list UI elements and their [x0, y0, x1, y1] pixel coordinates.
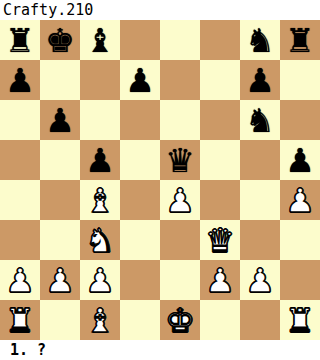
square-e2[interactable]	[160, 260, 200, 300]
square-e3[interactable]	[160, 220, 200, 260]
square-h5[interactable]: ♟	[280, 140, 320, 180]
white-rook-a1: ♜	[5, 301, 35, 341]
white-pawn-h4: ♟	[285, 181, 315, 221]
square-h1[interactable]: ♜	[280, 300, 320, 340]
square-f5[interactable]	[200, 140, 240, 180]
black-bishop-c8: ♝	[85, 21, 115, 61]
move-prompt: 1. ?	[0, 340, 320, 360]
square-e6[interactable]	[160, 100, 200, 140]
black-knight-g8: ♞	[245, 21, 275, 61]
square-f8[interactable]	[200, 20, 240, 60]
square-d1[interactable]	[120, 300, 160, 340]
square-g6[interactable]: ♞	[240, 100, 280, 140]
square-h6[interactable]	[280, 100, 320, 140]
white-knight-c3: ♞	[85, 221, 115, 261]
square-c1[interactable]: ♝	[80, 300, 120, 340]
black-pawn-a7: ♟	[5, 61, 35, 101]
square-c2[interactable]: ♟	[80, 260, 120, 300]
square-e4[interactable]: ♟	[160, 180, 200, 220]
white-king-e1: ♚	[165, 301, 195, 341]
square-d7[interactable]: ♟	[120, 60, 160, 100]
square-f7[interactable]	[200, 60, 240, 100]
square-e5[interactable]: ♛	[160, 140, 200, 180]
square-g1[interactable]	[240, 300, 280, 340]
square-c4[interactable]: ♝	[80, 180, 120, 220]
square-h3[interactable]	[280, 220, 320, 260]
white-queen-f3: ♛	[205, 221, 235, 261]
black-rook-a8: ♜	[5, 21, 35, 61]
square-f6[interactable]	[200, 100, 240, 140]
square-f4[interactable]	[200, 180, 240, 220]
square-a6[interactable]	[0, 100, 40, 140]
square-b1[interactable]	[40, 300, 80, 340]
white-pawn-a2: ♟	[5, 261, 35, 301]
square-a2[interactable]: ♟	[0, 260, 40, 300]
square-c7[interactable]	[80, 60, 120, 100]
square-g8[interactable]: ♞	[240, 20, 280, 60]
square-g7[interactable]: ♟	[240, 60, 280, 100]
square-g3[interactable]	[240, 220, 280, 260]
chess-board: ♜♚♝♞♜♟♟♟♟♞♟♛♟♝♟♟♞♛♟♟♟♟♟♜♝♚♜	[0, 20, 320, 340]
square-h2[interactable]	[280, 260, 320, 300]
square-d8[interactable]	[120, 20, 160, 60]
black-pawn-g7: ♟	[245, 61, 275, 101]
black-pawn-b6: ♟	[45, 101, 75, 141]
square-b6[interactable]: ♟	[40, 100, 80, 140]
white-pawn-f2: ♟	[205, 261, 235, 301]
square-a1[interactable]: ♜	[0, 300, 40, 340]
square-b3[interactable]	[40, 220, 80, 260]
crafty-window: Crafty.210 ♜♚♝♞♜♟♟♟♟♞♟♛♟♝♟♟♞♛♟♟♟♟♟♜♝♚♜ 1…	[0, 0, 320, 360]
white-rook-h1: ♜	[285, 301, 315, 341]
black-queen-e5: ♛	[165, 141, 195, 181]
square-b2[interactable]: ♟	[40, 260, 80, 300]
white-pawn-b2: ♟	[45, 261, 75, 301]
square-c8[interactable]: ♝	[80, 20, 120, 60]
square-c5[interactable]: ♟	[80, 140, 120, 180]
white-pawn-c2: ♟	[85, 261, 115, 301]
square-b7[interactable]	[40, 60, 80, 100]
black-king-b8: ♚	[45, 21, 75, 61]
square-a7[interactable]: ♟	[0, 60, 40, 100]
white-bishop-c1: ♝	[85, 301, 115, 341]
square-a3[interactable]	[0, 220, 40, 260]
square-c6[interactable]	[80, 100, 120, 140]
black-rook-h8: ♜	[285, 21, 315, 61]
square-e1[interactable]: ♚	[160, 300, 200, 340]
square-b8[interactable]: ♚	[40, 20, 80, 60]
square-a4[interactable]	[0, 180, 40, 220]
square-g2[interactable]: ♟	[240, 260, 280, 300]
square-f2[interactable]: ♟	[200, 260, 240, 300]
square-h8[interactable]: ♜	[280, 20, 320, 60]
square-f3[interactable]: ♛	[200, 220, 240, 260]
square-a5[interactable]	[0, 140, 40, 180]
square-c3[interactable]: ♞	[80, 220, 120, 260]
square-h4[interactable]: ♟	[280, 180, 320, 220]
square-d2[interactable]	[120, 260, 160, 300]
square-g5[interactable]	[240, 140, 280, 180]
square-f1[interactable]	[200, 300, 240, 340]
square-d4[interactable]	[120, 180, 160, 220]
white-pawn-g2: ♟	[245, 261, 275, 301]
black-pawn-h5: ♟	[285, 141, 315, 181]
square-e7[interactable]	[160, 60, 200, 100]
white-pawn-e4: ♟	[165, 181, 195, 221]
black-pawn-c5: ♟	[85, 141, 115, 181]
black-pawn-d7: ♟	[125, 61, 155, 101]
square-b5[interactable]	[40, 140, 80, 180]
square-h7[interactable]	[280, 60, 320, 100]
square-a8[interactable]: ♜	[0, 20, 40, 60]
black-knight-g6: ♞	[245, 101, 275, 141]
square-e8[interactable]	[160, 20, 200, 60]
white-bishop-c4: ♝	[85, 181, 115, 221]
square-d5[interactable]	[120, 140, 160, 180]
square-d6[interactable]	[120, 100, 160, 140]
square-g4[interactable]	[240, 180, 280, 220]
window-title: Crafty.210	[0, 0, 320, 20]
square-d3[interactable]	[120, 220, 160, 260]
square-b4[interactable]	[40, 180, 80, 220]
